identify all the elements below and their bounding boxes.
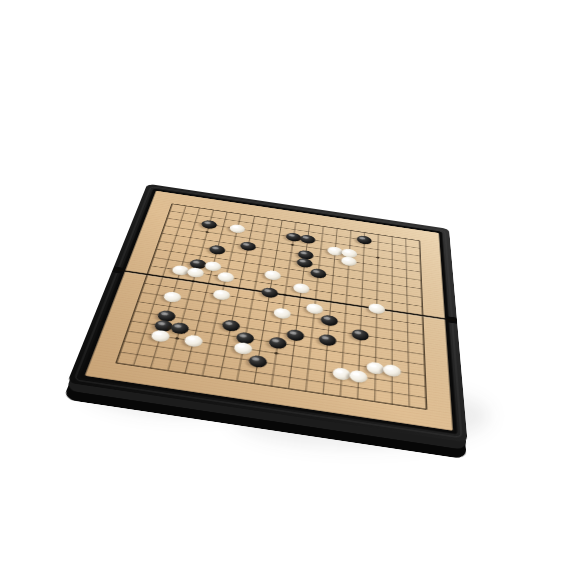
board-tilt-plane (67, 184, 468, 443)
product-photo (0, 0, 580, 580)
